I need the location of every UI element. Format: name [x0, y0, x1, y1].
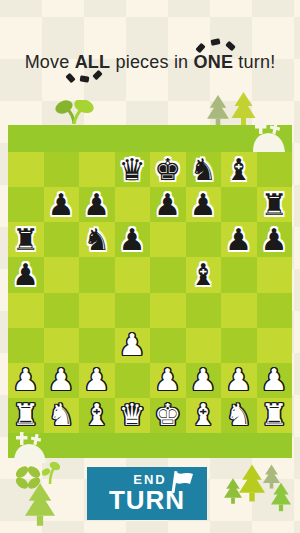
black-knight-piece[interactable]: ♞: [83, 225, 110, 255]
square-g1[interactable]: ♞: [221, 398, 257, 433]
square-d8[interactable]: ♛: [115, 152, 151, 187]
square-d7[interactable]: [115, 187, 151, 222]
black-pawn-piece[interactable]: ♟: [190, 190, 217, 220]
black-pawn-piece[interactable]: ♟: [154, 190, 181, 220]
square-b7[interactable]: ♟: [44, 187, 80, 222]
square-a1[interactable]: ♜: [8, 398, 44, 433]
square-e7[interactable]: ♟: [150, 187, 186, 222]
tombstone-icon: [250, 120, 288, 152]
black-pawn-piece[interactable]: ♟: [119, 225, 146, 255]
square-h3[interactable]: [257, 328, 293, 363]
square-g8[interactable]: ♝: [221, 152, 257, 187]
white-pawn-piece[interactable]: ♟: [48, 365, 75, 395]
white-pawn-piece[interactable]: ♟: [119, 330, 146, 360]
black-knight-piece[interactable]: ♞: [190, 155, 217, 185]
white-pawn-piece[interactable]: ♟: [154, 365, 181, 395]
square-b3[interactable]: [44, 328, 80, 363]
square-a8[interactable]: [8, 152, 44, 187]
board-bottom-banner: [8, 433, 292, 458]
board[interactable]: ♛♚♞♝♟♟♟♟♜♜♞♟♟♟♟♝♟♟♟♟♟♟♟♟♜♞♝♛♚♝♞♜: [8, 152, 292, 433]
black-pawn-piece[interactable]: ♟: [225, 225, 252, 255]
app-screen: Move ALL pieces in ONE turn! ♛♚♞♝♟♟♟♟♜♜♞…: [0, 0, 300, 533]
white-rook-piece[interactable]: ♜: [12, 400, 39, 430]
square-a3[interactable]: [8, 328, 44, 363]
square-h6[interactable]: ♟: [257, 222, 293, 257]
square-c4[interactable]: [79, 293, 115, 328]
square-e6[interactable]: [150, 222, 186, 257]
board-top-banner: [8, 125, 292, 152]
square-h2[interactable]: ♟: [257, 363, 293, 398]
headline-part2: pieces in: [110, 52, 193, 72]
square-f7[interactable]: ♟: [186, 187, 222, 222]
square-e1[interactable]: ♚: [150, 398, 186, 433]
square-d6[interactable]: ♟: [115, 222, 151, 257]
square-c1[interactable]: ♝: [79, 398, 115, 433]
square-f6[interactable]: [186, 222, 222, 257]
headline-bold-one: ONE: [194, 52, 234, 72]
emphasis-burst-icon: [196, 38, 238, 54]
square-g7[interactable]: [221, 187, 257, 222]
square-h7[interactable]: ♜: [257, 187, 293, 222]
square-b4[interactable]: [44, 293, 80, 328]
square-c3[interactable]: [79, 328, 115, 363]
square-f1[interactable]: ♝: [186, 398, 222, 433]
square-e2[interactable]: ♟: [150, 363, 186, 398]
square-d5[interactable]: [115, 257, 151, 292]
square-a2[interactable]: ♟: [8, 363, 44, 398]
square-c5[interactable]: [79, 257, 115, 292]
square-b6[interactable]: [44, 222, 80, 257]
pine-tree-icon: [271, 482, 291, 512]
black-bishop-piece[interactable]: ♝: [225, 155, 252, 185]
end-turn-button[interactable]: END TURN: [87, 467, 207, 520]
white-queen-piece[interactable]: ♛: [119, 400, 146, 430]
square-d3[interactable]: ♟: [115, 328, 151, 363]
square-h5[interactable]: [257, 257, 293, 292]
black-bishop-piece[interactable]: ♝: [190, 260, 217, 290]
flag-icon: [167, 471, 197, 493]
square-d4[interactable]: [115, 293, 151, 328]
square-a6[interactable]: ♜: [8, 222, 44, 257]
square-b1[interactable]: ♞: [44, 398, 80, 433]
white-pawn-piece[interactable]: ♟: [225, 365, 252, 395]
white-pawn-piece[interactable]: ♟: [12, 365, 39, 395]
black-pawn-piece[interactable]: ♟: [261, 225, 288, 255]
square-h4[interactable]: [257, 293, 293, 328]
square-h1[interactable]: ♜: [257, 398, 293, 433]
square-g4[interactable]: [221, 293, 257, 328]
square-d2[interactable]: [115, 363, 151, 398]
white-pawn-piece[interactable]: ♟: [190, 365, 217, 395]
square-c2[interactable]: ♟: [79, 363, 115, 398]
black-rook-piece[interactable]: ♜: [12, 225, 39, 255]
black-king-piece[interactable]: ♚: [154, 155, 181, 185]
sprout-icon: [54, 100, 96, 124]
black-queen-piece[interactable]: ♛: [119, 155, 146, 185]
black-pawn-piece[interactable]: ♟: [48, 190, 75, 220]
square-g2[interactable]: ♟: [221, 363, 257, 398]
square-f4[interactable]: [186, 293, 222, 328]
square-a4[interactable]: [8, 293, 44, 328]
board-area: ♛♚♞♝♟♟♟♟♜♜♞♟♟♟♟♝♟♟♟♟♟♟♟♟♜♞♝♛♚♝♞♜: [8, 125, 292, 458]
white-pawn-piece[interactable]: ♟: [261, 365, 288, 395]
white-rook-piece[interactable]: ♜: [261, 400, 288, 430]
headline-part3: turn!: [233, 52, 275, 72]
square-c7[interactable]: ♟: [79, 187, 115, 222]
tombstone-icon: [10, 431, 50, 463]
white-bishop-piece[interactable]: ♝: [190, 400, 217, 430]
square-b8[interactable]: [44, 152, 80, 187]
square-h8[interactable]: [257, 152, 293, 187]
pine-tree-icon: [25, 482, 55, 527]
square-e3[interactable]: [150, 328, 186, 363]
square-g3[interactable]: [221, 328, 257, 363]
white-bishop-piece[interactable]: ♝: [83, 400, 110, 430]
square-g5[interactable]: [221, 257, 257, 292]
square-c6[interactable]: ♞: [79, 222, 115, 257]
square-d1[interactable]: ♛: [115, 398, 151, 433]
pine-tree-icon: [239, 462, 265, 504]
white-knight-piece[interactable]: ♞: [48, 400, 75, 430]
square-a5[interactable]: ♟: [8, 257, 44, 292]
black-pawn-piece[interactable]: ♟: [12, 260, 39, 290]
square-b5[interactable]: [44, 257, 80, 292]
square-f3[interactable]: [186, 328, 222, 363]
emphasis-burst-icon: [66, 72, 104, 85]
white-king-piece[interactable]: ♚: [154, 400, 181, 430]
square-a7[interactable]: [8, 187, 44, 222]
square-f8[interactable]: ♞: [186, 152, 222, 187]
headline-part1: Move: [25, 52, 75, 72]
white-knight-piece[interactable]: ♞: [225, 400, 252, 430]
square-g6[interactable]: ♟: [221, 222, 257, 257]
black-rook-piece[interactable]: ♜: [261, 190, 288, 220]
pine-tree-icon: [206, 95, 230, 126]
sprout-icon: [42, 461, 60, 484]
square-e4[interactable]: [150, 293, 186, 328]
square-f2[interactable]: ♟: [186, 363, 222, 398]
headline: Move ALL pieces in ONE turn!: [0, 52, 300, 73]
square-b2[interactable]: ♟: [44, 363, 80, 398]
black-pawn-piece[interactable]: ♟: [83, 190, 110, 220]
square-f5[interactable]: ♝: [186, 257, 222, 292]
white-pawn-piece[interactable]: ♟: [83, 365, 110, 395]
square-e8[interactable]: ♚: [150, 152, 186, 187]
headline-bold-all: ALL: [75, 52, 111, 72]
square-c8[interactable]: [79, 152, 115, 187]
square-e5[interactable]: [150, 257, 186, 292]
